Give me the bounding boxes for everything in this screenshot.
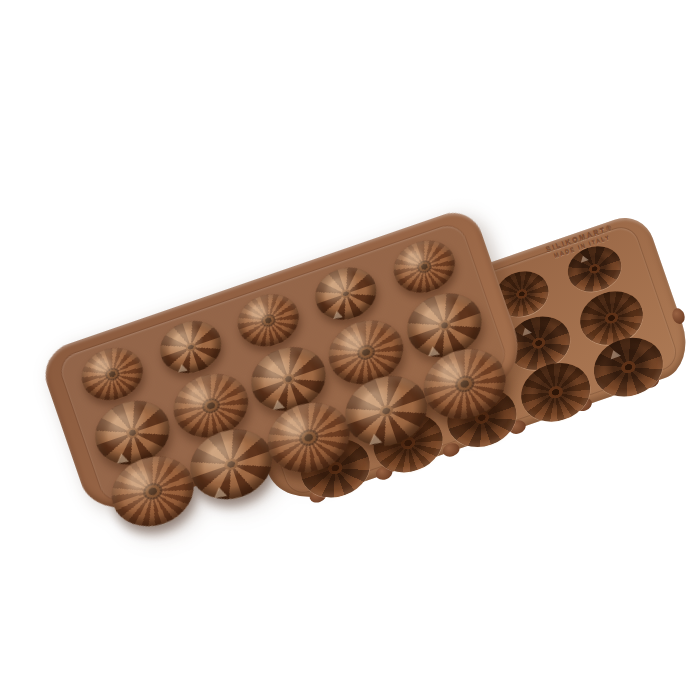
product-photo-stage: SILIKOMART® MADE IN ITALY <box>0 0 700 700</box>
bump-mold <box>37 205 529 521</box>
bump-grid <box>37 205 529 521</box>
